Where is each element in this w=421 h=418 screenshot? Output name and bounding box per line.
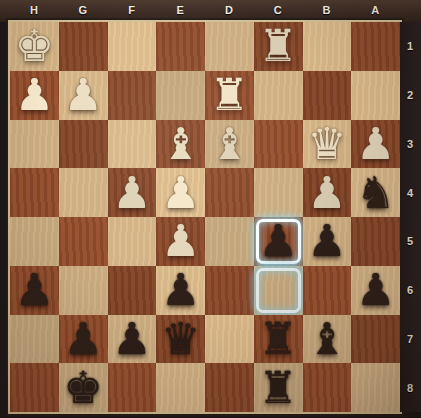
square-b5[interactable]: ♟ <box>303 217 352 266</box>
square-a3[interactable]: ♟ <box>351 120 400 169</box>
black-bishop-b7[interactable]: ♝ <box>303 315 352 364</box>
square-d1[interactable] <box>205 22 254 71</box>
white-bishop-d3[interactable]: ♝ <box>205 120 254 169</box>
file-label-a: A <box>351 4 400 16</box>
white-pawn-e4[interactable]: ♟ <box>156 168 205 217</box>
square-g2[interactable]: ♟ <box>59 71 108 120</box>
white-pawn-e5[interactable]: ♟ <box>156 217 205 266</box>
square-f2[interactable] <box>108 71 157 120</box>
square-d7[interactable] <box>205 315 254 364</box>
square-d3[interactable]: ♝ <box>205 120 254 169</box>
square-a8[interactable] <box>351 363 400 412</box>
file-label-f: F <box>108 4 157 16</box>
rank-labels-strip: 12345678 <box>400 22 421 412</box>
last-move-highlight-c6 <box>256 268 301 313</box>
black-rook-c8[interactable]: ♜ <box>254 363 303 412</box>
black-knight-a4[interactable]: ♞ <box>351 168 400 217</box>
square-h2[interactable]: ♟ <box>10 71 59 120</box>
square-g8[interactable]: ♚ <box>59 363 108 412</box>
square-h6[interactable]: ♟ <box>10 266 59 315</box>
black-pawn-h6[interactable]: ♟ <box>10 266 59 315</box>
rank-label-8: 8 <box>400 382 420 396</box>
white-pawn-f4[interactable]: ♟ <box>108 168 157 217</box>
square-a4[interactable]: ♞ <box>351 168 400 217</box>
rank-label-4: 4 <box>400 187 420 201</box>
white-queen-b3[interactable]: ♛ <box>303 120 352 169</box>
square-e6[interactable]: ♟ <box>156 266 205 315</box>
square-c5[interactable]: ♟ <box>254 217 303 266</box>
white-pawn-g2[interactable]: ♟ <box>59 71 108 120</box>
square-b2[interactable] <box>303 71 352 120</box>
square-g3[interactable] <box>59 120 108 169</box>
black-king-g8[interactable]: ♚ <box>59 363 108 412</box>
square-c7[interactable]: ♜ <box>254 315 303 364</box>
square-c3[interactable] <box>254 120 303 169</box>
square-a1[interactable] <box>351 22 400 71</box>
square-g6[interactable] <box>59 266 108 315</box>
black-pawn-e6[interactable]: ♟ <box>156 266 205 315</box>
white-rook-c1[interactable]: ♜ <box>254 22 303 71</box>
square-b6[interactable] <box>303 266 352 315</box>
square-e5[interactable]: ♟ <box>156 217 205 266</box>
square-g4[interactable] <box>59 168 108 217</box>
white-pawn-b4[interactable]: ♟ <box>303 168 352 217</box>
square-c4[interactable] <box>254 168 303 217</box>
rank-label-2: 2 <box>400 89 420 103</box>
square-b1[interactable] <box>303 22 352 71</box>
square-h5[interactable] <box>10 217 59 266</box>
board: ♚♜♟♟♜♝♝♛♟♟♟♟♞♟♟♟♟♟♟♟♟♛♜♝♚♜ <box>10 22 400 412</box>
square-e1[interactable] <box>156 22 205 71</box>
square-d5[interactable] <box>205 217 254 266</box>
square-g5[interactable] <box>59 217 108 266</box>
white-rook-d2[interactable]: ♜ <box>205 71 254 120</box>
square-f7[interactable]: ♟ <box>108 315 157 364</box>
square-d2[interactable]: ♜ <box>205 71 254 120</box>
square-h8[interactable] <box>10 363 59 412</box>
square-h7[interactable] <box>10 315 59 364</box>
square-a7[interactable] <box>351 315 400 364</box>
square-h3[interactable] <box>10 120 59 169</box>
square-d6[interactable] <box>205 266 254 315</box>
square-a5[interactable] <box>351 217 400 266</box>
square-b4[interactable]: ♟ <box>303 168 352 217</box>
black-pawn-a6[interactable]: ♟ <box>351 266 400 315</box>
black-pawn-g7[interactable]: ♟ <box>59 315 108 364</box>
square-e2[interactable] <box>156 71 205 120</box>
square-c1[interactable]: ♜ <box>254 22 303 71</box>
file-label-c: C <box>254 4 303 16</box>
square-e8[interactable] <box>156 363 205 412</box>
square-c8[interactable]: ♜ <box>254 363 303 412</box>
square-f1[interactable] <box>108 22 157 71</box>
square-e4[interactable]: ♟ <box>156 168 205 217</box>
white-pawn-h2[interactable]: ♟ <box>10 71 59 120</box>
square-h4[interactable] <box>10 168 59 217</box>
square-a6[interactable]: ♟ <box>351 266 400 315</box>
square-f6[interactable] <box>108 266 157 315</box>
black-queen-e7[interactable]: ♛ <box>156 315 205 364</box>
rank-label-3: 3 <box>400 138 420 152</box>
square-b8[interactable] <box>303 363 352 412</box>
file-label-e: E <box>156 4 205 16</box>
square-f8[interactable] <box>108 363 157 412</box>
square-b3[interactable]: ♛ <box>303 120 352 169</box>
black-pawn-c5[interactable]: ♟ <box>254 217 303 266</box>
square-g1[interactable] <box>59 22 108 71</box>
black-rook-c7[interactable]: ♜ <box>254 315 303 364</box>
file-label-d: D <box>205 4 254 16</box>
square-f3[interactable] <box>108 120 157 169</box>
square-c6[interactable] <box>254 266 303 315</box>
white-bishop-e3[interactable]: ♝ <box>156 120 205 169</box>
file-label-g: G <box>59 4 108 16</box>
black-pawn-f7[interactable]: ♟ <box>108 315 157 364</box>
square-d4[interactable] <box>205 168 254 217</box>
square-e3[interactable]: ♝ <box>156 120 205 169</box>
square-g7[interactable]: ♟ <box>59 315 108 364</box>
rank-label-5: 5 <box>400 235 420 249</box>
square-c2[interactable] <box>254 71 303 120</box>
rank-label-7: 7 <box>400 333 420 347</box>
file-label-h: H <box>10 4 59 16</box>
white-pawn-a3[interactable]: ♟ <box>351 120 400 169</box>
square-h1[interactable]: ♚ <box>10 22 59 71</box>
square-d8[interactable] <box>205 363 254 412</box>
square-f4[interactable]: ♟ <box>108 168 157 217</box>
white-king-h1[interactable]: ♚ <box>10 22 59 71</box>
rank-label-1: 1 <box>400 40 420 54</box>
square-a2[interactable] <box>351 71 400 120</box>
chess-app-screen: HGFEDCBA ♚♜♟♟♜♝♝♛♟♟♟♟♞♟♟♟♟♟♟♟♟♛♜♝♚♜ 1234… <box>0 0 421 418</box>
square-e7[interactable]: ♛ <box>156 315 205 364</box>
file-labels-strip: HGFEDCBA <box>0 0 421 22</box>
square-b7[interactable]: ♝ <box>303 315 352 364</box>
square-f5[interactable] <box>108 217 157 266</box>
black-pawn-b5[interactable]: ♟ <box>303 217 352 266</box>
rank-label-6: 6 <box>400 284 420 298</box>
file-label-b: B <box>303 4 352 16</box>
